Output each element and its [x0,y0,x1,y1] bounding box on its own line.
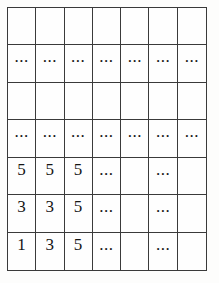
grid-cell [65,8,93,45]
grid-cell [36,8,64,45]
grid-cell: ... [65,120,93,157]
grid-cell: ... [93,195,121,232]
grid-cell [36,83,64,120]
grid-cell: ... [93,120,121,157]
grid-cell: ... [8,45,36,82]
grid-cell [121,195,149,232]
grid-cell [178,158,206,195]
grid-cell: ... [178,120,206,157]
grid-cell: 5 [65,233,93,270]
grid-cell: ... [149,195,177,232]
grid-cell: ... [36,45,64,82]
grid-cell: 3 [8,195,36,232]
grid-cell: ... [121,45,149,82]
grid-cell [178,8,206,45]
grid-cell: ... [178,45,206,82]
grid-cell: ... [121,120,149,157]
figure-page: ........................................… [0,0,219,283]
grid-cell [8,8,36,45]
grid-board: ........................................… [7,7,207,271]
grid-cell: ... [93,158,121,195]
grid-cell: 5 [36,158,64,195]
grid-cell: ... [149,120,177,157]
grid-cell: ... [36,120,64,157]
grid-cell [121,158,149,195]
grid-cell: ... [65,45,93,82]
grid-cell: ... [8,120,36,157]
grid-cell: ... [149,233,177,270]
grid-cell [8,83,36,120]
grid-cell: 3 [36,195,64,232]
grid-cell [93,8,121,45]
grid-cell: ... [93,233,121,270]
grid-cell [149,83,177,120]
grid-cell: ... [149,45,177,82]
grid-cell [65,83,93,120]
grid-cell: ... [93,45,121,82]
grid-cell: 1 [8,233,36,270]
grid-cell: 5 [8,158,36,195]
grid-cell [121,8,149,45]
grid-cell: 5 [65,195,93,232]
grid-cell [121,83,149,120]
grid-cell [178,83,206,120]
grid-cell: ... [149,158,177,195]
grid-cell [121,233,149,270]
grid-cell [178,195,206,232]
grid-cell: 5 [65,158,93,195]
grid-cell [178,233,206,270]
grid-cell [93,83,121,120]
grid-cell: 3 [36,233,64,270]
grid-cell [149,8,177,45]
